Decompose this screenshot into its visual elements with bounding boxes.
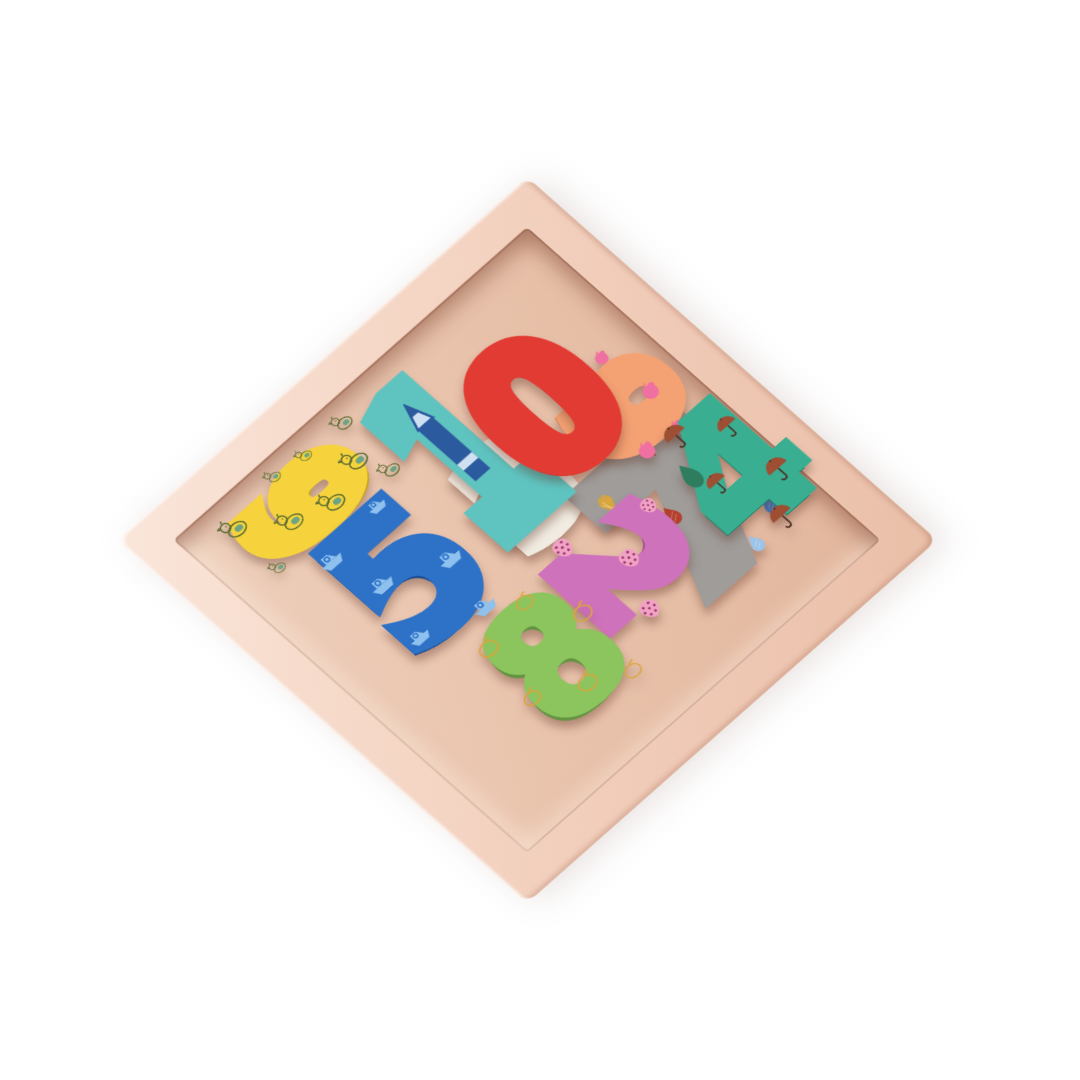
tray-perspective-wrapper: 0123456789: [117, 177, 937, 903]
tray-floor: 0123456789: [173, 227, 880, 853]
photo-backdrop: 0123456789: [0, 0, 1080, 1080]
wooden-tray: 0123456789: [117, 177, 937, 903]
